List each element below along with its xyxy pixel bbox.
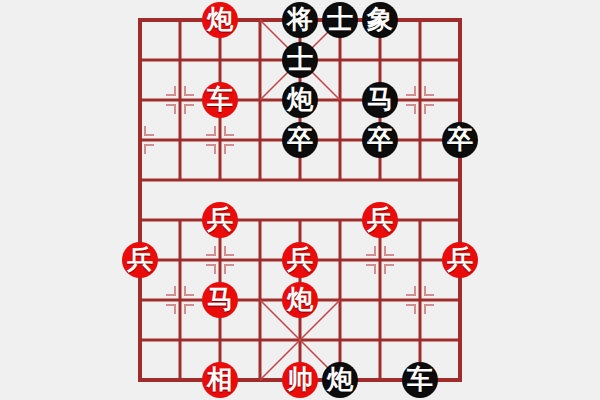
piece-black-soldier[interactable]: 卒 [442,122,478,158]
piece-black-elephant[interactable]: 象 [362,2,398,38]
piece-black-soldier[interactable]: 卒 [362,122,398,158]
piece-black-horse[interactable]: 马 [362,82,398,118]
piece-red-cannon[interactable]: 炮 [282,282,318,318]
piece-red-elephant[interactable]: 相 [202,362,238,398]
piece-red-soldier[interactable]: 兵 [202,202,238,238]
piece-red-soldier[interactable]: 兵 [442,242,478,278]
piece-black-cannon[interactable]: 炮 [282,82,318,118]
xiangqi-board: 炮将士象士车炮马卒卒卒兵兵兵兵兵马炮相帅炮车 [120,0,480,400]
piece-red-soldier[interactable]: 兵 [122,242,158,278]
piece-red-general[interactable]: 帅 [282,362,318,398]
piece-black-advisor[interactable]: 士 [322,2,358,38]
xiangqi-app: 炮将士象士车炮马卒卒卒兵兵兵兵兵马炮相帅炮车 [0,0,600,400]
piece-black-advisor[interactable]: 士 [282,42,318,78]
piece-red-cannon[interactable]: 炮 [202,2,238,38]
piece-black-chariot[interactable]: 车 [402,362,438,398]
piece-red-horse[interactable]: 马 [202,282,238,318]
piece-red-soldier[interactable]: 兵 [282,242,318,278]
piece-black-soldier[interactable]: 卒 [282,122,318,158]
piece-black-cannon[interactable]: 炮 [322,362,358,398]
piece-red-soldier[interactable]: 兵 [362,202,398,238]
piece-red-chariot[interactable]: 车 [202,82,238,118]
piece-black-general[interactable]: 将 [282,2,318,38]
